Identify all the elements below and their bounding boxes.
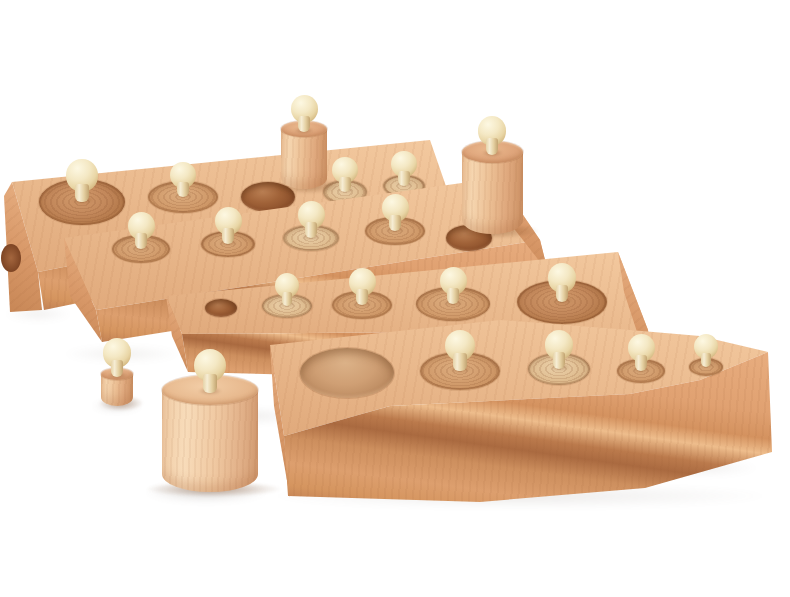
- knob-stem: [553, 352, 566, 369]
- block-4-socket-1-empty-hole: [300, 348, 394, 398]
- product-photo-montessori-cylinder-blocks: Wooden Montessori knobbed cylinder socke…: [0, 0, 790, 597]
- knob-stem: [447, 288, 459, 304]
- loose-cylinder-2-body: [162, 390, 258, 492]
- knob-stem: [486, 138, 499, 155]
- block-2-socket-3-knob: [298, 201, 325, 238]
- knob-stem: [389, 215, 401, 231]
- block-3-socket-2-knob: [275, 273, 299, 306]
- loose-cylinder-1-knob: [103, 338, 131, 377]
- block-4-socket-5-knob: [694, 334, 718, 367]
- knob-stem: [635, 355, 647, 371]
- knob-stem: [135, 233, 147, 249]
- block-3-socket-4-knob: [440, 267, 467, 304]
- knob-stem: [356, 289, 368, 305]
- block-1-socket-1-knob: [66, 159, 97, 202]
- block-1-removed-standing-cylinder-knob: [291, 95, 318, 132]
- knob-stem: [701, 353, 712, 367]
- knob-stem: [177, 182, 188, 197]
- knob-stem: [298, 116, 310, 132]
- block-2-socket-2-knob: [215, 207, 242, 244]
- knob-stem: [75, 184, 89, 202]
- block-2-socket-1-knob: [128, 212, 155, 249]
- knob-stem: [203, 374, 217, 393]
- block-3-socket-5-knob: [548, 263, 576, 302]
- block-2-socket-4-knob: [382, 194, 409, 231]
- block-4-socket-4-knob: [628, 334, 655, 371]
- block-4-socket-3-knob: [545, 330, 573, 369]
- block-1-socket-2-knob: [170, 162, 196, 197]
- block-3-socket-3-knob: [349, 268, 376, 305]
- block-1-socket-6-empty-hole: [1, 244, 21, 272]
- block-2-removed-standing-cylinder-body: [462, 152, 523, 234]
- knob-stem: [453, 353, 466, 371]
- knob-stem: [398, 171, 409, 186]
- knob-stem: [339, 177, 350, 192]
- knob-stem: [111, 360, 124, 377]
- block-1-removed-standing-cylinder-body: [281, 129, 327, 189]
- block-4-socket-2-knob: [445, 330, 475, 371]
- block-1-socket-5-knob: [391, 151, 417, 186]
- knob-stem: [305, 222, 317, 238]
- knob-stem: [556, 285, 569, 302]
- block-3-socket-1-empty-hole: [205, 299, 237, 317]
- knob-stem: [222, 228, 234, 244]
- knob-stem: [282, 292, 293, 306]
- loose-cylinder-2-knob: [194, 349, 226, 393]
- block-2-removed-standing-cylinder-knob: [478, 116, 506, 155]
